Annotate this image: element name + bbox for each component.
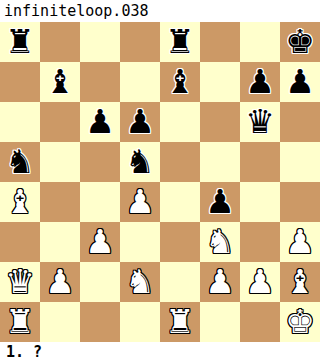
square-f3[interactable]: ♞ <box>200 222 240 262</box>
square-d6[interactable]: ♟ <box>120 102 160 142</box>
square-c2[interactable] <box>80 262 120 302</box>
piece-black-pawn: ♟ <box>125 102 155 142</box>
square-b1[interactable] <box>40 302 80 342</box>
piece-black-king: ♚ <box>285 22 315 62</box>
square-c3[interactable]: ♟ <box>80 222 120 262</box>
square-b5[interactable] <box>40 142 80 182</box>
piece-black-pawn: ♟ <box>85 102 115 142</box>
square-b3[interactable] <box>40 222 80 262</box>
square-e7[interactable]: ♝ <box>160 62 200 102</box>
piece-white-bishop: ♝ <box>5 182 35 222</box>
square-a8[interactable]: ♜ <box>0 22 40 62</box>
square-e5[interactable] <box>160 142 200 182</box>
square-h7[interactable]: ♟ <box>280 62 320 102</box>
square-d5[interactable]: ♞ <box>120 142 160 182</box>
move-prompt: 1. ? <box>0 342 320 360</box>
square-a2[interactable]: ♛ <box>0 262 40 302</box>
square-a3[interactable] <box>0 222 40 262</box>
piece-black-pawn: ♟ <box>285 62 315 102</box>
square-e4[interactable] <box>160 182 200 222</box>
square-g8[interactable] <box>240 22 280 62</box>
square-d8[interactable] <box>120 22 160 62</box>
square-f4[interactable]: ♟ <box>200 182 240 222</box>
piece-white-pawn: ♟ <box>125 182 155 222</box>
piece-black-pawn: ♟ <box>205 182 235 222</box>
square-d4[interactable]: ♟ <box>120 182 160 222</box>
square-b2[interactable]: ♟ <box>40 262 80 302</box>
square-h1[interactable]: ♚ <box>280 302 320 342</box>
square-a5[interactable]: ♞ <box>0 142 40 182</box>
square-c8[interactable] <box>80 22 120 62</box>
piece-black-rook: ♜ <box>5 22 35 62</box>
square-a7[interactable] <box>0 62 40 102</box>
piece-white-queen: ♛ <box>5 262 35 302</box>
square-d1[interactable] <box>120 302 160 342</box>
square-h2[interactable]: ♝ <box>280 262 320 302</box>
piece-white-pawn: ♟ <box>45 262 75 302</box>
square-g4[interactable] <box>240 182 280 222</box>
piece-white-bishop: ♝ <box>285 262 315 302</box>
piece-white-pawn: ♟ <box>285 222 315 262</box>
piece-black-queen: ♛ <box>245 102 275 142</box>
square-h8[interactable]: ♚ <box>280 22 320 62</box>
square-h6[interactable] <box>280 102 320 142</box>
square-b6[interactable] <box>40 102 80 142</box>
piece-white-knight: ♞ <box>205 222 235 262</box>
square-g5[interactable] <box>240 142 280 182</box>
piece-white-rook: ♜ <box>5 302 35 342</box>
square-f5[interactable] <box>200 142 240 182</box>
piece-black-knight: ♞ <box>125 142 155 182</box>
square-e8[interactable]: ♜ <box>160 22 200 62</box>
piece-white-pawn: ♟ <box>205 262 235 302</box>
piece-black-knight: ♞ <box>5 142 35 182</box>
square-c5[interactable] <box>80 142 120 182</box>
square-h4[interactable] <box>280 182 320 222</box>
piece-white-pawn: ♟ <box>85 222 115 262</box>
piece-black-bishop: ♝ <box>165 62 195 102</box>
piece-white-rook: ♜ <box>165 302 195 342</box>
piece-white-king: ♚ <box>285 302 315 342</box>
square-e1[interactable]: ♜ <box>160 302 200 342</box>
square-c1[interactable] <box>80 302 120 342</box>
square-f6[interactable] <box>200 102 240 142</box>
page-title: infiniteloop.038 <box>0 0 320 22</box>
square-g1[interactable] <box>240 302 280 342</box>
square-c7[interactable] <box>80 62 120 102</box>
square-a6[interactable] <box>0 102 40 142</box>
square-b7[interactable]: ♝ <box>40 62 80 102</box>
square-e2[interactable] <box>160 262 200 302</box>
square-h3[interactable]: ♟ <box>280 222 320 262</box>
square-a1[interactable]: ♜ <box>0 302 40 342</box>
square-h5[interactable] <box>280 142 320 182</box>
square-a4[interactable]: ♝ <box>0 182 40 222</box>
square-g3[interactable] <box>240 222 280 262</box>
square-f2[interactable]: ♟ <box>200 262 240 302</box>
square-g6[interactable]: ♛ <box>240 102 280 142</box>
square-f8[interactable] <box>200 22 240 62</box>
piece-white-pawn: ♟ <box>245 262 275 302</box>
square-g2[interactable]: ♟ <box>240 262 280 302</box>
piece-black-bishop: ♝ <box>45 62 75 102</box>
square-c4[interactable] <box>80 182 120 222</box>
chess-board: ♜♜♚♝♝♟♟♟♟♛♞♞♝♟♟♟♞♟♛♟♞♟♟♝♜♜♚ <box>0 22 320 342</box>
square-e6[interactable] <box>160 102 200 142</box>
piece-black-pawn: ♟ <box>245 62 275 102</box>
square-b4[interactable] <box>40 182 80 222</box>
square-g7[interactable]: ♟ <box>240 62 280 102</box>
square-d3[interactable] <box>120 222 160 262</box>
square-f1[interactable] <box>200 302 240 342</box>
square-c6[interactable]: ♟ <box>80 102 120 142</box>
square-f7[interactable] <box>200 62 240 102</box>
square-d7[interactable] <box>120 62 160 102</box>
square-d2[interactable]: ♞ <box>120 262 160 302</box>
square-e3[interactable] <box>160 222 200 262</box>
square-b8[interactable] <box>40 22 80 62</box>
piece-black-rook: ♜ <box>165 22 195 62</box>
piece-white-knight: ♞ <box>125 262 155 302</box>
